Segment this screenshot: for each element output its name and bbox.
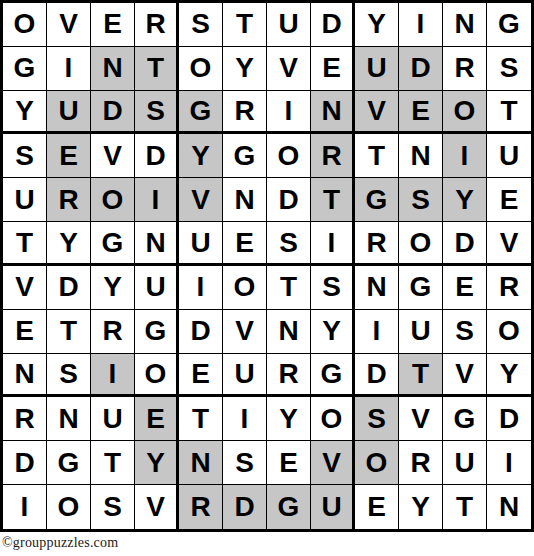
cell-r4c2: E xyxy=(47,134,91,178)
cell-r9c10: T xyxy=(399,354,443,398)
cell-r3c1: Y xyxy=(3,91,47,135)
cell-r6c11: D xyxy=(443,222,487,266)
cell-r9c12: Y xyxy=(487,354,531,398)
cell-r4c10: N xyxy=(399,134,443,178)
cell-r5c11: Y xyxy=(443,178,487,222)
cell-r4c9: T xyxy=(355,134,399,178)
cell-r1c11: N xyxy=(443,3,487,47)
cell-r1c1: O xyxy=(3,3,47,47)
cell-r6c2: Y xyxy=(47,222,91,266)
cell-r2c12: S xyxy=(487,47,531,91)
cell-r7c11: E xyxy=(443,266,487,310)
cell-r2c10: D xyxy=(399,47,443,91)
cell-r9c11: V xyxy=(443,354,487,398)
cell-r12c10: Y xyxy=(399,485,443,529)
cell-r5c7: D xyxy=(267,178,311,222)
cell-r5c8: T xyxy=(311,178,355,222)
cell-r2c2: I xyxy=(47,47,91,91)
cell-r8c8: Y xyxy=(311,310,355,354)
cell-r9c5: E xyxy=(179,354,223,398)
cell-r4c11: I xyxy=(443,134,487,178)
cell-r2c5: O xyxy=(179,47,223,91)
cell-r1c7: U xyxy=(267,3,311,47)
cell-r1c10: I xyxy=(399,3,443,47)
cell-r10c5: T xyxy=(179,397,223,441)
cell-r8c9: I xyxy=(355,310,399,354)
cell-r4c4: D xyxy=(135,134,179,178)
cell-r11c5: N xyxy=(179,441,223,485)
cell-r11c2: G xyxy=(47,441,91,485)
cell-r5c2: R xyxy=(47,178,91,222)
cell-r12c12: N xyxy=(487,485,531,529)
cell-r7c3: Y xyxy=(91,266,135,310)
cell-r3c3: D xyxy=(91,91,135,135)
cell-r6c3: G xyxy=(91,222,135,266)
cell-r2c1: G xyxy=(3,47,47,91)
cell-r8c12: O xyxy=(487,310,531,354)
cell-r4c8: R xyxy=(311,134,355,178)
cell-r8c7: N xyxy=(267,310,311,354)
cell-r4c1: S xyxy=(3,134,47,178)
cell-r7c5: I xyxy=(179,266,223,310)
cell-r11c9: O xyxy=(355,441,399,485)
cell-r3c8: N xyxy=(311,91,355,135)
cell-r1c12: G xyxy=(487,3,531,47)
cell-r6c9: R xyxy=(355,222,399,266)
cell-r2c3: N xyxy=(91,47,135,91)
cell-r11c4: Y xyxy=(135,441,179,485)
cell-r11c11: U xyxy=(443,441,487,485)
cell-r12c9: E xyxy=(355,485,399,529)
cell-r5c9: G xyxy=(355,178,399,222)
copyright-footer: ©grouppuzzles.com xyxy=(2,535,534,551)
cell-r12c4: V xyxy=(135,485,179,529)
cell-r4c3: V xyxy=(91,134,135,178)
cell-r11c3: T xyxy=(91,441,135,485)
cell-r3c6: R xyxy=(223,91,267,135)
wordoku-board: OVERSTUDYINGGINTOYVEUDRSYUDSGRINVEOTSEVD… xyxy=(0,0,534,532)
cell-r5c5: V xyxy=(179,178,223,222)
cell-r1c4: R xyxy=(135,3,179,47)
cell-r4c12: U xyxy=(487,134,531,178)
cell-r6c7: S xyxy=(267,222,311,266)
cell-r5c12: E xyxy=(487,178,531,222)
cell-r6c6: E xyxy=(223,222,267,266)
cell-r5c6: N xyxy=(223,178,267,222)
cell-r3c12: T xyxy=(487,91,531,135)
cell-r10c9: S xyxy=(355,397,399,441)
cell-r5c10: S xyxy=(399,178,443,222)
cell-r6c12: V xyxy=(487,222,531,266)
cell-r1c3: E xyxy=(91,3,135,47)
cell-r6c4: N xyxy=(135,222,179,266)
cell-r1c9: Y xyxy=(355,3,399,47)
cell-r7c8: S xyxy=(311,266,355,310)
cell-r3c10: E xyxy=(399,91,443,135)
cell-r11c6: S xyxy=(223,441,267,485)
cell-r10c8: O xyxy=(311,397,355,441)
cell-r7c1: V xyxy=(3,266,47,310)
cell-r11c10: R xyxy=(399,441,443,485)
cell-r12c7: G xyxy=(267,485,311,529)
cell-r10c4: E xyxy=(135,397,179,441)
cell-r5c3: O xyxy=(91,178,135,222)
cell-r10c2: N xyxy=(47,397,91,441)
cell-r12c5: R xyxy=(179,485,223,529)
cell-r12c3: S xyxy=(91,485,135,529)
cell-r4c6: G xyxy=(223,134,267,178)
cell-r7c12: R xyxy=(487,266,531,310)
cell-r10c7: Y xyxy=(267,397,311,441)
cell-r8c3: R xyxy=(91,310,135,354)
cell-r10c10: V xyxy=(399,397,443,441)
cell-r11c1: D xyxy=(3,441,47,485)
cell-r1c2: V xyxy=(47,3,91,47)
cell-r10c3: U xyxy=(91,397,135,441)
cell-r8c10: U xyxy=(399,310,443,354)
cell-r3c11: O xyxy=(443,91,487,135)
cell-r9c1: N xyxy=(3,354,47,398)
cell-r3c7: I xyxy=(267,91,311,135)
cell-r9c8: G xyxy=(311,354,355,398)
cell-r12c2: O xyxy=(47,485,91,529)
cell-r10c6: I xyxy=(223,397,267,441)
cell-r12c1: I xyxy=(3,485,47,529)
puzzle-page: OVERSTUDYINGGINTOYVEUDRSYUDSGRINVEOTSEVD… xyxy=(0,0,534,556)
cell-r7c9: N xyxy=(355,266,399,310)
cell-r8c11: S xyxy=(443,310,487,354)
cell-r6c1: T xyxy=(3,222,47,266)
cell-r2c6: Y xyxy=(223,47,267,91)
cell-r9c4: O xyxy=(135,354,179,398)
cell-r12c6: D xyxy=(223,485,267,529)
cell-r6c5: U xyxy=(179,222,223,266)
cell-r5c1: U xyxy=(3,178,47,222)
cell-r9c3: I xyxy=(91,354,135,398)
cell-r10c1: R xyxy=(3,397,47,441)
cell-r3c9: V xyxy=(355,91,399,135)
cell-r7c2: D xyxy=(47,266,91,310)
cell-r7c7: T xyxy=(267,266,311,310)
cell-r10c12: D xyxy=(487,397,531,441)
cell-r6c8: I xyxy=(311,222,355,266)
cell-r7c10: G xyxy=(399,266,443,310)
cell-r2c11: R xyxy=(443,47,487,91)
cell-r9c6: U xyxy=(223,354,267,398)
cell-r12c11: T xyxy=(443,485,487,529)
cell-r5c4: I xyxy=(135,178,179,222)
cell-r2c7: V xyxy=(267,47,311,91)
cell-r11c7: E xyxy=(267,441,311,485)
cell-r4c5: Y xyxy=(179,134,223,178)
cell-r11c8: V xyxy=(311,441,355,485)
cell-r2c4: T xyxy=(135,47,179,91)
cell-r8c5: D xyxy=(179,310,223,354)
cell-r12c8: U xyxy=(311,485,355,529)
cell-r8c4: G xyxy=(135,310,179,354)
cell-r6c10: O xyxy=(399,222,443,266)
cell-r9c7: R xyxy=(267,354,311,398)
cell-r7c4: U xyxy=(135,266,179,310)
cell-r7c6: O xyxy=(223,266,267,310)
cell-r2c8: E xyxy=(311,47,355,91)
cell-r8c2: T xyxy=(47,310,91,354)
cell-r3c5: G xyxy=(179,91,223,135)
cell-r9c9: D xyxy=(355,354,399,398)
cell-r1c6: T xyxy=(223,3,267,47)
cell-r2c9: U xyxy=(355,47,399,91)
cell-r10c11: G xyxy=(443,397,487,441)
cell-r3c2: U xyxy=(47,91,91,135)
cell-r3c4: S xyxy=(135,91,179,135)
cell-r11c12: I xyxy=(487,441,531,485)
cell-r9c2: S xyxy=(47,354,91,398)
cell-r1c5: S xyxy=(179,3,223,47)
cell-r8c6: V xyxy=(223,310,267,354)
cell-r8c1: E xyxy=(3,310,47,354)
cell-r4c7: O xyxy=(267,134,311,178)
cell-r1c8: D xyxy=(311,3,355,47)
